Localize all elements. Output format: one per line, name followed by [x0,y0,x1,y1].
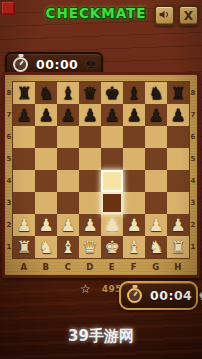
speaker-icon [158,8,171,24]
square-a3[interactable] [13,192,35,214]
square-a4[interactable] [13,170,35,192]
rank-label-1: 1 [5,236,13,258]
square-d7[interactable]: ♟ [79,104,101,126]
square-e6[interactable] [101,126,123,148]
white-clock-panel: 00:04 ♚ [119,281,198,310]
black-pawn: ♟ [16,107,31,124]
square-g7[interactable]: ♟ [145,104,167,126]
rank-label-4: 4 [189,170,197,192]
square-e7[interactable]: ♟ [101,104,123,126]
black-bishop: ♝ [60,85,75,102]
rank-label-4: 4 [5,170,13,192]
square-d5[interactable] [79,148,101,170]
chess-board: 87654321 ♜♞♝♛♚♝♞♜♟♟♟♟♟♟♟♟♟♟♟♟♟♟♟♟♜♞♝♛♚♝♞… [2,72,200,278]
rank-labels-left: 87654321 [5,82,13,258]
square-g6[interactable] [145,126,167,148]
white-pawn: ♟ [148,217,163,234]
square-b4[interactable] [35,170,57,192]
rank-label-3: 3 [189,192,197,214]
rank-label-6: 6 [189,126,197,148]
square-c2[interactable]: ♟ [57,214,79,236]
file-label-d: D [79,259,101,274]
rank-labels-right: 87654321 [189,82,197,258]
square-a5[interactable] [13,148,35,170]
close-icon: X [184,9,193,23]
white-pawn: ♟ [126,217,141,234]
square-d2[interactable]: ♟ [79,214,101,236]
black-pawn: ♟ [148,107,163,124]
file-label-f: F [123,259,145,274]
stopwatch-icon [127,288,142,303]
black-pawn: ♟ [104,107,119,124]
star-icon: ☆ [80,283,91,295]
rank-label-1: 1 [189,236,197,258]
file-label-h: H [167,259,189,274]
rank-label-7: 7 [5,104,13,126]
black-pawn: ♟ [82,107,97,124]
square-g3[interactable] [145,192,167,214]
black-knight: ♞ [148,85,163,102]
square-f1[interactable]: ♝ [123,236,145,258]
black-rook: ♜ [16,85,31,102]
square-h6[interactable] [167,126,189,148]
black-clock-time: 00:00 [36,57,78,72]
rank-label-3: 3 [5,192,13,214]
black-knight: ♞ [38,85,53,102]
square-f8[interactable]: ♝ [123,82,145,104]
file-label-c: C [57,259,79,274]
white-rook: ♜ [16,239,31,256]
square-g5[interactable] [145,148,167,170]
white-rook: ♜ [170,239,185,256]
square-a6[interactable] [13,126,35,148]
square-a8[interactable]: ♜ [13,82,35,104]
checkmate-app: CHECKMATE X 00:00 ♚ 87654321 ♜♞♝♛♚♝♞♜♟♟♟… [0,0,202,359]
square-b7[interactable]: ♟ [35,104,57,126]
square-e2[interactable]: ♟ [101,214,123,236]
square-h7[interactable]: ♟ [167,104,189,126]
square-h5[interactable] [167,148,189,170]
square-b6[interactable] [35,126,57,148]
white-pawn: ♟ [82,217,97,234]
square-e1[interactable]: ♚ [101,236,123,258]
white-pawn: ♟ [60,217,75,234]
rank-label-5: 5 [5,148,13,170]
square-g1[interactable]: ♞ [145,236,167,258]
square-c6[interactable] [57,126,79,148]
square-d1[interactable]: ♛ [79,236,101,258]
square-e3[interactable] [101,192,123,214]
rank-label-8: 8 [189,82,197,104]
black-king-icon: ♚ [84,57,97,72]
square-g4[interactable] [145,170,167,192]
square-b8[interactable]: ♞ [35,82,57,104]
square-b2[interactable]: ♟ [35,214,57,236]
black-pawn: ♟ [126,107,141,124]
square-f6[interactable] [123,126,145,148]
white-knight: ♞ [38,239,53,256]
white-queen: ♛ [82,239,97,256]
stopwatch-icon [13,57,28,72]
white-pawn: ♟ [104,217,119,234]
white-clock-time: 00:04 [150,288,192,303]
square-a7[interactable]: ♟ [13,104,35,126]
white-pawn: ♟ [170,217,185,234]
square-f2[interactable]: ♟ [123,214,145,236]
square-h4[interactable] [167,170,189,192]
rank-label-5: 5 [189,148,197,170]
white-pawn: ♟ [38,217,53,234]
file-labels: ABCDEFGH [13,259,189,274]
square-a1[interactable]: ♜ [13,236,35,258]
square-h8[interactable]: ♜ [167,82,189,104]
rank-label-8: 8 [5,82,13,104]
square-e5[interactable] [101,148,123,170]
rank-label-6: 6 [5,126,13,148]
square-c8[interactable]: ♝ [57,82,79,104]
black-queen: ♛ [82,85,97,102]
square-c4[interactable] [57,170,79,192]
square-e4[interactable] [101,170,123,192]
black-king: ♚ [104,85,119,102]
square-d4[interactable] [79,170,101,192]
square-e8[interactable]: ♚ [101,82,123,104]
board-frame: 87654321 ♜♞♝♛♚♝♞♜♟♟♟♟♟♟♟♟♟♟♟♟♟♟♟♟♜♞♝♛♚♝♞… [5,75,197,275]
square-b3[interactable] [35,192,57,214]
square-c1[interactable]: ♝ [57,236,79,258]
white-pawn: ♟ [16,217,31,234]
square-f5[interactable] [123,148,145,170]
square-d8[interactable]: ♛ [79,82,101,104]
square-d3[interactable] [79,192,101,214]
square-c5[interactable] [57,148,79,170]
square-g2[interactable]: ♟ [145,214,167,236]
black-pawn: ♟ [38,107,53,124]
file-label-a: A [13,259,35,274]
white-king-icon: ♚ [198,289,202,302]
close-button[interactable]: X [178,5,199,26]
file-label-e: E [101,259,123,274]
square-f3[interactable] [123,192,145,214]
square-c7[interactable]: ♟ [57,104,79,126]
white-knight: ♞ [148,239,163,256]
board-grid: ♜♞♝♛♚♝♞♜♟♟♟♟♟♟♟♟♟♟♟♟♟♟♟♟♜♞♝♛♚♝♞♜ [13,82,189,258]
white-bishop: ♝ [60,239,75,256]
square-c3[interactable] [57,192,79,214]
square-b5[interactable] [35,148,57,170]
square-f4[interactable] [123,170,145,192]
sound-button[interactable] [154,5,175,26]
square-h1[interactable]: ♜ [167,236,189,258]
square-a2[interactable]: ♟ [13,214,35,236]
black-bishop: ♝ [126,85,141,102]
rank-label-2: 2 [189,214,197,236]
black-pawn: ♟ [170,107,185,124]
square-g8[interactable]: ♞ [145,82,167,104]
square-h3[interactable] [167,192,189,214]
square-f7[interactable]: ♟ [123,104,145,126]
black-pawn: ♟ [60,107,75,124]
square-b1[interactable]: ♞ [35,236,57,258]
white-king: ♚ [104,239,119,256]
square-h2[interactable]: ♟ [167,214,189,236]
watermark-text: 39手游网 [0,327,202,346]
file-label-g: G [145,259,167,274]
square-d6[interactable] [79,126,101,148]
file-label-b: B [35,259,57,274]
white-bishop: ♝ [126,239,141,256]
rank-label-2: 2 [5,214,13,236]
black-rook: ♜ [170,85,185,102]
rank-label-7: 7 [189,104,197,126]
